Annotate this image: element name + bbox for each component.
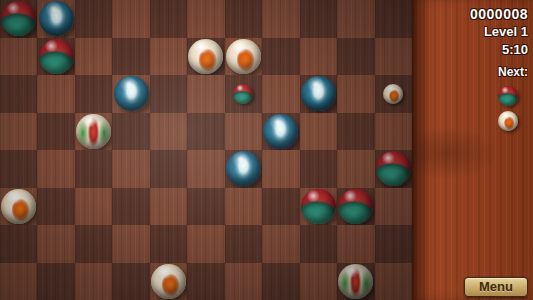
board-cell[interactable] xyxy=(187,188,224,226)
board-cell[interactable] xyxy=(337,225,374,263)
board-cell[interactable] xyxy=(37,188,74,226)
board-cell[interactable] xyxy=(37,75,74,113)
board-cell[interactable] xyxy=(337,150,374,188)
board-cell[interactable] xyxy=(0,75,37,113)
board-cell[interactable] xyxy=(375,0,412,38)
board-cell[interactable] xyxy=(225,0,262,38)
board-cell[interactable] xyxy=(0,0,37,38)
board-cell[interactable] xyxy=(225,75,262,113)
board-cell[interactable] xyxy=(337,113,374,151)
marble-blue-white[interactable] xyxy=(39,1,74,36)
board-cell[interactable] xyxy=(375,38,412,76)
board-cell[interactable] xyxy=(75,38,112,76)
board-cell[interactable] xyxy=(0,225,37,263)
board-cell[interactable] xyxy=(300,188,337,226)
board-cell[interactable] xyxy=(262,263,299,300)
board-cell[interactable] xyxy=(112,38,149,76)
board-cell[interactable] xyxy=(187,0,224,38)
board-cell[interactable] xyxy=(37,150,74,188)
board-cell[interactable] xyxy=(375,188,412,226)
board-cell[interactable] xyxy=(187,225,224,263)
board-cell[interactable] xyxy=(150,38,187,76)
board-cell[interactable] xyxy=(337,38,374,76)
board-cell[interactable] xyxy=(262,75,299,113)
board-cell[interactable] xyxy=(150,225,187,263)
board-cell[interactable] xyxy=(262,188,299,226)
board-cell[interactable] xyxy=(187,38,224,76)
board-cell[interactable] xyxy=(37,263,74,300)
level-label: Level 1 xyxy=(484,23,528,41)
board-cell[interactable] xyxy=(37,38,74,76)
board-cell[interactable] xyxy=(37,0,74,38)
board-cell[interactable] xyxy=(112,113,149,151)
board-cell[interactable] xyxy=(75,150,112,188)
board-cell[interactable] xyxy=(300,75,337,113)
marble-red-teal[interactable] xyxy=(1,1,36,36)
board-cell[interactable] xyxy=(150,75,187,113)
marble-green-red[interactable] xyxy=(76,114,111,149)
board-cell[interactable] xyxy=(0,113,37,151)
marble-red-teal-small[interactable] xyxy=(233,84,253,104)
sidebar: 0000008 Level 1 5:10 Next: Menu xyxy=(412,0,533,300)
marble-orange-white[interactable] xyxy=(151,264,186,299)
board-cell[interactable] xyxy=(150,113,187,151)
board-cell[interactable] xyxy=(75,113,112,151)
next-marble-orange-white xyxy=(498,111,518,131)
board-cell[interactable] xyxy=(0,188,37,226)
board-cell[interactable] xyxy=(75,188,112,226)
board-cell[interactable] xyxy=(187,75,224,113)
board-cell[interactable] xyxy=(337,0,374,38)
board-cell[interactable] xyxy=(75,263,112,300)
board-cell[interactable] xyxy=(375,113,412,151)
board-cell[interactable] xyxy=(112,225,149,263)
board-cell[interactable] xyxy=(375,75,412,113)
board-cell[interactable] xyxy=(187,113,224,151)
board-cell[interactable] xyxy=(300,150,337,188)
board-cell[interactable] xyxy=(375,225,412,263)
board-cell[interactable] xyxy=(187,150,224,188)
marble-green-red[interactable] xyxy=(338,264,373,299)
board-cell[interactable] xyxy=(37,225,74,263)
timer-value: 5:10 xyxy=(502,41,528,59)
board-cell[interactable] xyxy=(300,225,337,263)
board-cell[interactable] xyxy=(262,0,299,38)
board-cell[interactable] xyxy=(37,113,74,151)
board-cell[interactable] xyxy=(225,225,262,263)
board-cell[interactable] xyxy=(75,75,112,113)
next-marble-red-teal xyxy=(498,86,518,106)
board-cell[interactable] xyxy=(75,225,112,263)
marble-board xyxy=(0,0,412,300)
marble-red-teal[interactable] xyxy=(338,189,373,224)
board-cell[interactable] xyxy=(337,263,374,300)
board-cell[interactable] xyxy=(112,188,149,226)
board-cell[interactable] xyxy=(225,188,262,226)
board-cell[interactable] xyxy=(0,263,37,300)
board-cell[interactable] xyxy=(112,263,149,300)
board-cell[interactable] xyxy=(150,188,187,226)
board-cell[interactable] xyxy=(150,263,187,300)
board-cell[interactable] xyxy=(375,150,412,188)
board-cell[interactable] xyxy=(337,188,374,226)
board-cell[interactable] xyxy=(225,38,262,76)
board-cell[interactable] xyxy=(112,75,149,113)
marble-red-teal[interactable] xyxy=(39,39,74,74)
board-cell[interactable] xyxy=(225,263,262,300)
board-cell[interactable] xyxy=(300,0,337,38)
board-cell[interactable] xyxy=(300,38,337,76)
menu-button[interactable]: Menu xyxy=(464,277,528,297)
board-cell[interactable] xyxy=(300,113,337,151)
board-cell[interactable] xyxy=(150,150,187,188)
board-cell[interactable] xyxy=(300,263,337,300)
marble-red-teal[interactable] xyxy=(301,189,336,224)
board-cell[interactable] xyxy=(262,113,299,151)
board-cell[interactable] xyxy=(112,0,149,38)
board-cell[interactable] xyxy=(112,150,149,188)
game-screen: 0000008 Level 1 5:10 Next: Menu xyxy=(0,0,533,300)
marble-orange-white[interactable] xyxy=(188,39,223,74)
next-marbles-preview xyxy=(498,86,518,131)
score-value: 0000008 xyxy=(470,5,528,23)
board-cell[interactable] xyxy=(187,263,224,300)
marble-blue-white[interactable] xyxy=(301,76,336,111)
board-cell[interactable] xyxy=(0,150,37,188)
board-cell[interactable] xyxy=(337,75,374,113)
marble-orange-white[interactable] xyxy=(226,39,261,74)
board-cell[interactable] xyxy=(150,0,187,38)
marble-orange-white-small[interactable] xyxy=(383,84,403,104)
board-cell[interactable] xyxy=(75,0,112,38)
board-cell[interactable] xyxy=(225,113,262,151)
board-cell[interactable] xyxy=(375,263,412,300)
board-cell[interactable] xyxy=(0,38,37,76)
board-cell[interactable] xyxy=(262,225,299,263)
marble-blue-white[interactable] xyxy=(226,151,261,186)
marble-red-teal[interactable] xyxy=(376,151,411,186)
board-cell[interactable] xyxy=(262,150,299,188)
board-cell[interactable] xyxy=(262,38,299,76)
marble-blue-white[interactable] xyxy=(114,76,149,111)
marble-blue-white[interactable] xyxy=(263,114,298,149)
marble-orange-white[interactable] xyxy=(1,189,36,224)
board-cell[interactable] xyxy=(225,150,262,188)
next-label: Next: xyxy=(498,63,528,81)
